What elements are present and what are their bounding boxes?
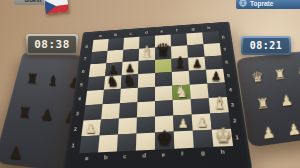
- left-clock-time: 08:38: [34, 38, 70, 51]
- square-a7[interactable]: [90, 51, 107, 64]
- square-a3[interactable]: [83, 104, 102, 120]
- black-king-e1[interactable]: ♚: [155, 129, 174, 148]
- square-e7[interactable]: ♛: [155, 46, 171, 60]
- left-player-clock: 08:38: [26, 34, 78, 55]
- coord-file-c-top: c: [130, 32, 133, 36]
- board-border: ♝♛♟♟♝♟♞♞♟♞♝♟♟♟♚♚ aabbccddeeffgghh1122334…: [62, 22, 253, 168]
- square-c7[interactable]: [122, 49, 139, 62]
- coord-file-b-top: b: [114, 33, 117, 37]
- captured-black-bishop: ♝: [46, 73, 59, 88]
- captured-white-pieces: ♛♜♞♜♟♟♟♟♟: [242, 55, 300, 143]
- coord-file-g-top: g: [192, 27, 195, 31]
- captured-white-pawn: ♟: [260, 124, 275, 141]
- captured-white-rook: ♜: [255, 95, 269, 111]
- coord-file-c-bottom: c: [123, 154, 126, 159]
- coord-file-d-bottom: d: [142, 153, 146, 158]
- square-f6[interactable]: ♝: [171, 58, 188, 72]
- coord-rank-3-right: 3: [231, 103, 235, 108]
- square-e4[interactable]: [155, 86, 173, 102]
- square-a1[interactable]: [79, 135, 99, 153]
- square-b4[interactable]: [103, 89, 121, 104]
- white-pawn-a2[interactable]: ♟: [81, 123, 100, 135]
- coord-file-d-top: d: [145, 31, 148, 35]
- square-g1[interactable]: [193, 130, 214, 148]
- czech-flag-icon: [44, 0, 69, 14]
- square-c5[interactable]: ♞: [121, 74, 138, 89]
- square-c3[interactable]: [119, 102, 137, 118]
- square-f4[interactable]: ♞: [172, 85, 190, 101]
- black-knight-b5[interactable]: ♞: [104, 74, 121, 88]
- coord-rank-7-left: 7: [83, 57, 86, 61]
- coord-file-f-bottom: f: [181, 151, 183, 156]
- square-f3[interactable]: [173, 99, 192, 115]
- coord-file-e-top: e: [160, 30, 163, 34]
- square-b7[interactable]: [106, 50, 123, 63]
- captured-white-knight: ♞: [296, 65, 300, 80]
- coord-rank-5-right: 5: [227, 74, 230, 78]
- coord-file-b-bottom: b: [104, 155, 108, 160]
- coord-rank-4-right: 4: [229, 88, 233, 92]
- captured-white-queen: ♛: [250, 70, 264, 85]
- coord-file-h-top: h: [207, 26, 210, 30]
- coord-rank-8-right: 8: [222, 36, 225, 40]
- captured-white-pawn: ♟: [280, 92, 294, 108]
- square-d2[interactable]: [136, 116, 155, 133]
- coord-rank-1-left: 1: [71, 143, 75, 148]
- square-b3[interactable]: [101, 103, 120, 119]
- captured-black-rook: ♜: [25, 71, 38, 86]
- square-a5[interactable]: [87, 76, 105, 91]
- black-pawn-g6[interactable]: ♟: [189, 58, 206, 69]
- coord-rank-3-left: 3: [76, 112, 79, 117]
- board-squares-grid: ♝♛♟♟♝♟♞♞♟♞♝♟♟♟♚♚: [79, 31, 233, 153]
- captured-black-pawn: ♟: [8, 144, 24, 162]
- square-c4[interactable]: [120, 88, 138, 103]
- square-g3[interactable]: [191, 98, 211, 114]
- left-player-name: Guest: [24, 0, 41, 3]
- coord-rank-8-left: 8: [85, 45, 88, 49]
- square-d6[interactable]: [138, 60, 155, 74]
- square-d5[interactable]: [138, 73, 155, 88]
- square-e6[interactable]: [155, 59, 172, 73]
- square-a4[interactable]: [85, 90, 104, 105]
- coord-file-f-top: f: [176, 29, 178, 32]
- square-c2[interactable]: [118, 117, 137, 134]
- square-f2[interactable]: ♟: [173, 114, 192, 131]
- coord-file-g-bottom: g: [201, 150, 205, 155]
- captured-black-pawn: ♟: [40, 107, 54, 123]
- square-g2[interactable]: ♟: [192, 113, 212, 130]
- square-b1[interactable]: [98, 134, 118, 152]
- coord-file-a-top: a: [99, 34, 102, 38]
- coord-rank-4-left: 4: [78, 97, 81, 101]
- chess-app-screen: ♜♝♟♜♟♟♟ ♛♜♞♜♟♟♟♟♟ ♝♛♟♟♝♟♞♞♟♞♝♟♟♟♚♚ aabbc…: [0, 0, 300, 168]
- coord-rank-2-right: 2: [233, 119, 237, 124]
- square-b2[interactable]: [100, 118, 119, 135]
- square-h3[interactable]: ♝: [209, 97, 229, 113]
- right-player-name: Toprate: [250, 0, 273, 7]
- coord-rank-6-left: 6: [82, 70, 85, 74]
- black-pawn-h5[interactable]: ♟: [207, 71, 225, 82]
- square-d1[interactable]: [136, 133, 155, 151]
- square-c1[interactable]: [117, 134, 137, 152]
- right-player-clock: 08:21: [241, 36, 291, 55]
- coord-rank-1-right: 1: [235, 135, 239, 140]
- black-queen-e7[interactable]: ♛: [155, 42, 171, 58]
- white-knight-f4[interactable]: ♞: [173, 84, 191, 99]
- square-h7[interactable]: [203, 43, 221, 57]
- square-a2[interactable]: ♟: [81, 119, 101, 136]
- black-knight-c5[interactable]: ♞: [121, 73, 138, 87]
- chessboard-3d: ♝♛♟♟♝♟♞♞♟♞♝♟♟♟♚♚ aabbccddeeffgghh1122334…: [62, 22, 253, 168]
- white-pawn-f2[interactable]: ♟: [174, 118, 193, 130]
- square-d3[interactable]: [137, 101, 155, 117]
- square-g4[interactable]: [190, 84, 209, 100]
- square-g7[interactable]: [187, 44, 204, 58]
- white-king-h1[interactable]: ♚: [213, 126, 233, 146]
- square-d7[interactable]: ♝: [139, 48, 155, 62]
- square-h6[interactable]: [205, 56, 223, 70]
- coord-file-a-bottom: a: [85, 156, 89, 161]
- square-e5[interactable]: [155, 72, 172, 87]
- right-clock-time: 08:21: [250, 40, 283, 51]
- white-pawn-g2[interactable]: ♟: [193, 117, 212, 129]
- square-b5[interactable]: ♞: [104, 75, 122, 90]
- black-bishop-f6[interactable]: ♝: [172, 56, 189, 71]
- coord-rank-2-left: 2: [74, 127, 78, 132]
- globe-icon: [239, 0, 247, 7]
- right-player-name-plate[interactable]: Toprate: [236, 0, 300, 9]
- coord-file-e-bottom: e: [162, 152, 165, 157]
- square-e3[interactable]: [155, 100, 173, 116]
- captured-white-pawn: ♟: [287, 121, 300, 138]
- coord-file-h-bottom: h: [221, 149, 225, 154]
- square-h1[interactable]: ♚: [212, 129, 233, 147]
- coord-rank-5-left: 5: [80, 83, 83, 87]
- square-g5[interactable]: [189, 70, 207, 85]
- white-bishop-d7[interactable]: ♝: [139, 45, 155, 59]
- square-h5[interactable]: ♟: [206, 69, 225, 84]
- square-g6[interactable]: ♟: [188, 57, 206, 71]
- coord-rank-6-right: 6: [225, 60, 228, 64]
- square-e1[interactable]: ♚: [155, 132, 174, 150]
- captured-white-rook: ♜: [273, 67, 286, 82]
- white-bishop-h3[interactable]: ♝: [210, 96, 228, 112]
- square-d4[interactable]: [137, 87, 155, 102]
- captured-black-rook: ♜: [17, 105, 31, 121]
- coord-rank-7-right: 7: [223, 48, 226, 52]
- square-f1[interactable]: [174, 131, 194, 149]
